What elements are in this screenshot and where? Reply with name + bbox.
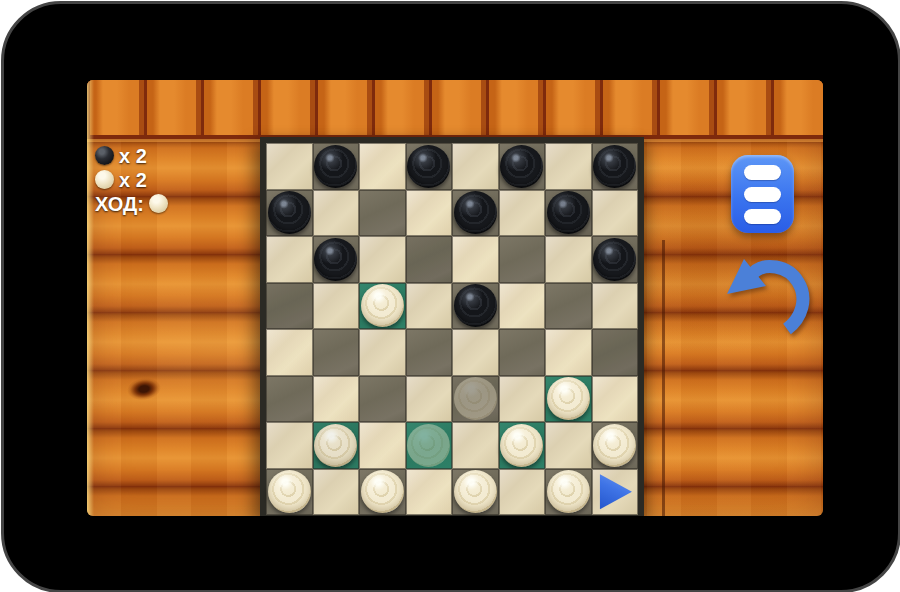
blue-play-triangle-icon[interactable]: [595, 472, 635, 512]
board-frame: [260, 137, 644, 516]
hamburger-menu-icon: [744, 187, 781, 202]
tablet-bezel: x 2 x 2 ХОД:: [1, 1, 900, 592]
square-r2c5[interactable]: [452, 190, 499, 237]
square-r8c8[interactable]: [592, 469, 639, 516]
hamburger-menu-icon: [744, 209, 781, 224]
square-r5c3[interactable]: [359, 329, 406, 376]
square-r1c3[interactable]: [359, 143, 406, 190]
square-r8c1[interactable]: [266, 469, 313, 516]
black-piece[interactable]: [593, 238, 636, 281]
square-r3c7[interactable]: [545, 236, 592, 283]
ghost-white-piece[interactable]: [454, 377, 497, 420]
square-r2c3[interactable]: [359, 190, 406, 237]
square-r4c8[interactable]: [592, 283, 639, 330]
black-piece[interactable]: [407, 145, 450, 188]
square-r4c1[interactable]: [266, 283, 313, 330]
square-r1c1[interactable]: [266, 143, 313, 190]
square-r4c6[interactable]: [499, 283, 546, 330]
black-piece[interactable]: [593, 145, 636, 188]
square-r3c4[interactable]: [406, 236, 453, 283]
black-captured-label: x 2: [119, 146, 147, 166]
square-r6c7[interactable]: [545, 376, 592, 423]
square-r4c3[interactable]: [359, 283, 406, 330]
square-r6c3[interactable]: [359, 376, 406, 423]
square-r7c4[interactable]: [406, 422, 453, 469]
square-r8c6[interactable]: [499, 469, 546, 516]
square-r1c2[interactable]: [313, 143, 360, 190]
undo-arrow-icon: [722, 252, 810, 336]
square-r4c7[interactable]: [545, 283, 592, 330]
square-r5c5[interactable]: [452, 329, 499, 376]
white-piece[interactable]: [500, 424, 543, 467]
white-piece[interactable]: [454, 470, 497, 513]
square-r8c3[interactable]: [359, 469, 406, 516]
white-checker-icon: [95, 170, 114, 189]
white-piece[interactable]: [361, 470, 404, 513]
square-r2c4[interactable]: [406, 190, 453, 237]
wood-top-band: [87, 80, 823, 139]
black-piece[interactable]: [314, 145, 357, 188]
square-r2c7[interactable]: [545, 190, 592, 237]
square-r6c2[interactable]: [313, 376, 360, 423]
square-r7c2[interactable]: [313, 422, 360, 469]
black-piece[interactable]: [500, 145, 543, 188]
square-r3c1[interactable]: [266, 236, 313, 283]
square-r7c5[interactable]: [452, 422, 499, 469]
wood-knot: [126, 376, 163, 403]
square-r8c5[interactable]: [452, 469, 499, 516]
white-captured-label: x 2: [119, 170, 147, 190]
white-piece[interactable]: [593, 424, 636, 467]
square-r5c8[interactable]: [592, 329, 639, 376]
black-piece[interactable]: [454, 284, 497, 327]
square-r6c8[interactable]: [592, 376, 639, 423]
square-r5c7[interactable]: [545, 329, 592, 376]
turn-indicator-row: ХОД:: [95, 192, 168, 215]
square-r8c2[interactable]: [313, 469, 360, 516]
square-r7c1[interactable]: [266, 422, 313, 469]
black-piece[interactable]: [314, 238, 357, 281]
square-r7c3[interactable]: [359, 422, 406, 469]
black-piece[interactable]: [268, 191, 311, 234]
white-piece[interactable]: [314, 424, 357, 467]
black-piece[interactable]: [454, 191, 497, 234]
black-captured-row: x 2: [95, 144, 168, 167]
square-r5c6[interactable]: [499, 329, 546, 376]
white-piece[interactable]: [268, 470, 311, 513]
square-r1c4[interactable]: [406, 143, 453, 190]
square-r8c4[interactable]: [406, 469, 453, 516]
square-r4c2[interactable]: [313, 283, 360, 330]
square-r1c7[interactable]: [545, 143, 592, 190]
square-r4c4[interactable]: [406, 283, 453, 330]
checkers-board[interactable]: [266, 143, 638, 515]
square-r6c4[interactable]: [406, 376, 453, 423]
square-r4c5[interactable]: [452, 283, 499, 330]
square-r2c6[interactable]: [499, 190, 546, 237]
square-r5c1[interactable]: [266, 329, 313, 376]
square-r2c8[interactable]: [592, 190, 639, 237]
square-r2c2[interactable]: [313, 190, 360, 237]
turn-side-checker-icon: [149, 194, 168, 213]
square-r7c6[interactable]: [499, 422, 546, 469]
square-r6c1[interactable]: [266, 376, 313, 423]
undo-button[interactable]: [722, 252, 810, 336]
menu-button[interactable]: [731, 155, 794, 233]
square-r2c1[interactable]: [266, 190, 313, 237]
black-checker-icon: [95, 146, 114, 165]
square-r6c5[interactable]: [452, 376, 499, 423]
square-r3c5[interactable]: [452, 236, 499, 283]
square-r7c8[interactable]: [592, 422, 639, 469]
square-r1c5[interactable]: [452, 143, 499, 190]
square-r3c3[interactable]: [359, 236, 406, 283]
square-r8c7[interactable]: [545, 469, 592, 516]
square-r3c8[interactable]: [592, 236, 639, 283]
square-r5c2[interactable]: [313, 329, 360, 376]
square-r5c4[interactable]: [406, 329, 453, 376]
white-captured-row: x 2: [95, 168, 168, 191]
square-r6c6[interactable]: [499, 376, 546, 423]
square-r3c6[interactable]: [499, 236, 546, 283]
capture-hud: x 2 x 2 ХОД:: [95, 144, 168, 215]
black-piece[interactable]: [547, 191, 590, 234]
square-r7c7[interactable]: [545, 422, 592, 469]
screenshot-canvas: x 2 x 2 ХОД:: [0, 0, 900, 592]
white-piece[interactable]: [361, 284, 404, 327]
ghost-white-piece[interactable]: [407, 424, 450, 467]
square-r1c8[interactable]: [592, 143, 639, 190]
white-piece[interactable]: [547, 470, 590, 513]
white-piece[interactable]: [547, 377, 590, 420]
hamburger-menu-icon: [744, 165, 781, 180]
turn-label: ХОД:: [95, 194, 144, 214]
game-screen: x 2 x 2 ХОД:: [87, 80, 823, 516]
wood-plank-seam: [662, 240, 665, 516]
wood-edge-highlight: [87, 80, 94, 516]
square-r3c2[interactable]: [313, 236, 360, 283]
square-r1c6[interactable]: [499, 143, 546, 190]
